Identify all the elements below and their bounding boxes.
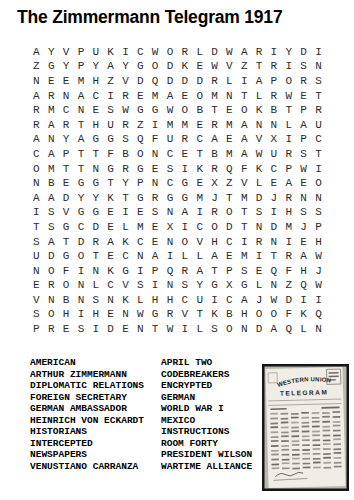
- grid-cell: K: [103, 191, 118, 206]
- grid-cell: G: [103, 133, 118, 148]
- grid-cell: X: [207, 176, 222, 191]
- grid-cell: R: [59, 118, 74, 133]
- grid-cell: N: [311, 60, 326, 75]
- grid-cell: B: [44, 176, 59, 191]
- grid-cell: N: [163, 279, 178, 294]
- grid-cell: R: [207, 74, 222, 89]
- grid-cell: D: [103, 322, 118, 337]
- word-list-item: ENCRYPTED: [161, 380, 252, 392]
- grid-cell: S: [237, 264, 252, 279]
- grid-cell: H: [311, 235, 326, 250]
- grid-cell: Q: [163, 264, 178, 279]
- grid-cell: L: [192, 249, 207, 264]
- grid-cell: G: [59, 220, 74, 235]
- grid-cell: B: [207, 147, 222, 162]
- grid-cell: A: [237, 45, 252, 60]
- grid-cell: Z: [133, 118, 148, 133]
- grid-cell: G: [177, 191, 192, 206]
- grid-cell: Q: [148, 74, 163, 89]
- word-list-item: PRESIDENT WILSON: [161, 449, 252, 461]
- grid-cell: E: [296, 176, 311, 191]
- grid-cell: N: [163, 235, 178, 250]
- word-list-item: NEWSPAPERS: [30, 449, 144, 461]
- grid-cell: R: [148, 191, 163, 206]
- grid-cell: L: [88, 279, 103, 294]
- grid-cell: A: [163, 89, 178, 104]
- grid-cell: L: [118, 220, 133, 235]
- grid-cell: T: [311, 147, 326, 162]
- worksheet-page: The Zimmermann Telegram 1917 AYVPUKICWOR…: [0, 0, 354, 500]
- grid-cell: T: [252, 60, 267, 75]
- grid-cell: O: [222, 322, 237, 337]
- grid-cell: L: [281, 118, 296, 133]
- grid-cell: A: [44, 147, 59, 162]
- grid-cell: G: [118, 264, 133, 279]
- grid-cell: N: [267, 118, 282, 133]
- grid-cell: E: [59, 176, 74, 191]
- grid-cell: T: [192, 147, 207, 162]
- grid-cell: E: [148, 162, 163, 177]
- grid-cell: G: [88, 176, 103, 191]
- grid-cell: G: [59, 249, 74, 264]
- grid-cell: V: [118, 74, 133, 89]
- grid-cell: A: [281, 176, 296, 191]
- grid-cell: Q: [311, 308, 326, 323]
- grid-cell: L: [252, 279, 267, 294]
- word-list-right: APRIL TWOCODEBREAKERSENCRYPTEDGERMANWORL…: [161, 357, 252, 472]
- grid-cell: P: [59, 147, 74, 162]
- grid-cell: T: [281, 103, 296, 118]
- grid-cell: H: [59, 308, 74, 323]
- grid-cell: A: [237, 118, 252, 133]
- grid-cell: M: [207, 89, 222, 104]
- grid-cell: C: [88, 89, 103, 104]
- grid-cell: G: [103, 162, 118, 177]
- grid-cell: K: [207, 308, 222, 323]
- grid-cell: S: [296, 147, 311, 162]
- grid-cell: E: [192, 176, 207, 191]
- grid-cell: R: [44, 279, 59, 294]
- grid-cell: I: [74, 264, 89, 279]
- grid-cell: S: [103, 103, 118, 118]
- grid-cell: Y: [281, 45, 296, 60]
- grid-cell: N: [88, 264, 103, 279]
- grid-cell: E: [133, 89, 148, 104]
- grid-cell: U: [192, 293, 207, 308]
- grid-cell: F: [281, 308, 296, 323]
- grid-cell: O: [74, 249, 89, 264]
- grid-cell: C: [222, 235, 237, 250]
- grid-cell: R: [281, 249, 296, 264]
- grid-cell: R: [88, 235, 103, 250]
- grid-cell: H: [163, 293, 178, 308]
- page-title: The Zimmermann Telegram 1917: [17, 7, 282, 28]
- grid-cell: Y: [192, 279, 207, 294]
- grid-cell: C: [177, 293, 192, 308]
- grid-cell: I: [296, 293, 311, 308]
- grid-cell: N: [148, 147, 163, 162]
- grid-cell: D: [192, 74, 207, 89]
- grid-cell: Y: [118, 60, 133, 75]
- grid-cell: E: [59, 322, 74, 337]
- grid-cell: I: [177, 220, 192, 235]
- grid-cell: K: [103, 45, 118, 60]
- grid-cell: O: [252, 308, 267, 323]
- grid-cell: L: [192, 45, 207, 60]
- grid-cell: Q: [133, 133, 148, 148]
- grid-cell: T: [118, 191, 133, 206]
- grid-cell: I: [118, 206, 133, 221]
- grid-cell: G: [177, 176, 192, 191]
- grid-cell: I: [207, 293, 222, 308]
- grid-cell: O: [222, 206, 237, 221]
- grid-cell: R: [252, 45, 267, 60]
- grid-cell: D: [252, 322, 267, 337]
- grid-cell: P: [296, 103, 311, 118]
- grid-cell: E: [133, 206, 148, 221]
- grid-cell: I: [74, 308, 89, 323]
- word-list-item: CODEBREAKERS: [161, 369, 252, 381]
- grid-cell: S: [133, 279, 148, 294]
- grid-cell: L: [133, 293, 148, 308]
- grid-cell: W: [252, 147, 267, 162]
- word-list-item: INSTRUCTIONS: [161, 426, 252, 438]
- grid-cell: F: [59, 264, 74, 279]
- grid-cell: N: [163, 206, 178, 221]
- word-list-item: INTERCEPTED: [30, 438, 144, 450]
- grid-cell: A: [44, 118, 59, 133]
- grid-cell: X: [222, 279, 237, 294]
- grid-cell: D: [88, 220, 103, 235]
- grid-cell: Y: [118, 176, 133, 191]
- grid-cell: S: [29, 235, 44, 250]
- grid-cell: T: [103, 176, 118, 191]
- grid-cell: L: [252, 89, 267, 104]
- grid-cell: A: [252, 74, 267, 89]
- grid-cell: U: [88, 45, 103, 60]
- grid-cell: R: [296, 74, 311, 89]
- grid-cell: C: [118, 249, 133, 264]
- grid-cell: T: [222, 191, 237, 206]
- grid-cell: I: [311, 45, 326, 60]
- grid-cell: W: [163, 103, 178, 118]
- word-search-grid: AYVPUKICWORLDWARIYDIZGYPYAYGODKEWVZTRISN…: [29, 45, 326, 337]
- grid-cell: C: [133, 235, 148, 250]
- grid-cell: W: [281, 89, 296, 104]
- grid-cell: N: [88, 162, 103, 177]
- grid-cell: S: [177, 279, 192, 294]
- grid-cell: W: [207, 60, 222, 75]
- grid-cell: R: [267, 60, 282, 75]
- grid-cell: K: [252, 162, 267, 177]
- grid-cell: P: [74, 60, 89, 75]
- grid-cell: C: [59, 103, 74, 118]
- grid-cell: V: [177, 308, 192, 323]
- grid-cell: N: [267, 235, 282, 250]
- grid-cell: O: [267, 308, 282, 323]
- grid-cell: B: [118, 147, 133, 162]
- grid-cell: S: [29, 308, 44, 323]
- grid-cell: Z: [29, 60, 44, 75]
- grid-cell: E: [103, 220, 118, 235]
- grid-cell: B: [192, 103, 207, 118]
- word-list-item: GERMAN AMBASSADOR: [30, 403, 144, 415]
- grid-cell: I: [192, 206, 207, 221]
- grid-cell: O: [163, 45, 178, 60]
- grid-cell: E: [44, 74, 59, 89]
- grid-cell: V: [252, 133, 267, 148]
- grid-cell: E: [103, 308, 118, 323]
- grid-cell: V: [29, 293, 44, 308]
- grid-cell: Q: [222, 162, 237, 177]
- grid-cell: T: [207, 264, 222, 279]
- grid-cell: V: [222, 60, 237, 75]
- grid-cell: N: [44, 293, 59, 308]
- grid-cell: I: [281, 60, 296, 75]
- grid-cell: P: [133, 176, 148, 191]
- grid-cell: E: [29, 279, 44, 294]
- grid-cell: K: [103, 264, 118, 279]
- grid-cell: E: [148, 235, 163, 250]
- grid-cell: N: [267, 279, 282, 294]
- grid-cell: R: [252, 235, 267, 250]
- grid-cell: W: [311, 249, 326, 264]
- grid-cell: I: [133, 264, 148, 279]
- grid-cell: W: [118, 103, 133, 118]
- grid-cell: G: [133, 191, 148, 206]
- grid-cell: E: [252, 264, 267, 279]
- grid-cell: N: [29, 264, 44, 279]
- grid-cell: Y: [44, 45, 59, 60]
- grid-cell: C: [163, 147, 178, 162]
- grid-cell: N: [252, 220, 267, 235]
- grid-cell: G: [74, 176, 89, 191]
- grid-cell: I: [267, 206, 282, 221]
- grid-cell: Y: [59, 133, 74, 148]
- grid-cell: E: [103, 249, 118, 264]
- grid-cell: I: [29, 206, 44, 221]
- word-list-item: AMERICAN: [30, 357, 144, 369]
- grid-cell: A: [237, 293, 252, 308]
- grid-cell: T: [88, 147, 103, 162]
- grid-cell: D: [163, 60, 178, 75]
- grid-cell: C: [29, 147, 44, 162]
- grid-cell: Z: [281, 279, 296, 294]
- grid-cell: T: [74, 118, 89, 133]
- grid-cell: X: [163, 220, 178, 235]
- grid-cell: R: [177, 133, 192, 148]
- grid-cell: O: [133, 147, 148, 162]
- grid-cell: O: [177, 235, 192, 250]
- grid-cell: S: [74, 322, 89, 337]
- word-list-item: WARTIME ALLIANCE: [161, 461, 252, 473]
- grid-cell: E: [118, 322, 133, 337]
- grid-cell: J: [207, 191, 222, 206]
- grid-cell: V: [59, 45, 74, 60]
- grid-cell: E: [296, 235, 311, 250]
- grid-cell: T: [192, 308, 207, 323]
- grid-cell: L: [222, 74, 237, 89]
- grid-cell: R: [267, 89, 282, 104]
- grid-cell: R: [118, 118, 133, 133]
- grid-cell: E: [88, 103, 103, 118]
- grid-cell: L: [252, 176, 267, 191]
- grid-cell: A: [29, 191, 44, 206]
- grid-cell: O: [59, 279, 74, 294]
- grid-cell: Q: [267, 264, 282, 279]
- grid-cell: A: [207, 249, 222, 264]
- grid-cell: T: [311, 89, 326, 104]
- word-list-left: AMERICANARTHUR ZIMMERMANNDIPLOMATIC RELA…: [30, 357, 144, 472]
- telegram-header-telegram: TELEGRAM: [280, 388, 329, 396]
- grid-cell: G: [133, 60, 148, 75]
- grid-cell: D: [296, 45, 311, 60]
- grid-cell: H: [296, 264, 311, 279]
- grid-cell: A: [192, 264, 207, 279]
- grid-cell: I: [237, 74, 252, 89]
- grid-cell: S: [207, 322, 222, 337]
- grid-cell: A: [74, 89, 89, 104]
- grid-cell: P: [267, 74, 282, 89]
- grid-cell: C: [192, 220, 207, 235]
- grid-cell: W: [133, 308, 148, 323]
- grid-cell: I: [311, 162, 326, 177]
- grid-cell: H: [88, 308, 103, 323]
- grid-cell: L: [192, 322, 207, 337]
- word-list-item: ARTHUR ZIMMERMANN: [30, 369, 144, 381]
- grid-cell: N: [133, 322, 148, 337]
- grid-cell: J: [267, 191, 282, 206]
- grid-cell: S: [296, 60, 311, 75]
- word-list-item: MEXICO: [161, 415, 252, 427]
- grid-cell: N: [222, 89, 237, 104]
- grid-cell: M: [177, 118, 192, 133]
- grid-cell: S: [148, 206, 163, 221]
- grid-cell: F: [237, 162, 252, 177]
- grid-cell: Y: [59, 60, 74, 75]
- grid-cell: T: [237, 220, 252, 235]
- grid-cell: U: [29, 249, 44, 264]
- grid-cell: A: [103, 235, 118, 250]
- grid-cell: T: [74, 162, 89, 177]
- grid-cell: M: [74, 74, 89, 89]
- grid-cell: N: [133, 249, 148, 264]
- grid-cell: B: [267, 103, 282, 118]
- grid-cell: Z: [237, 60, 252, 75]
- grid-cell: G: [148, 308, 163, 323]
- grid-cell: B: [59, 293, 74, 308]
- grid-cell: T: [88, 249, 103, 264]
- grid-cell: N: [59, 89, 74, 104]
- grid-cell: O: [281, 74, 296, 89]
- grid-cell: R: [44, 89, 59, 104]
- grid-cell: P: [281, 162, 296, 177]
- grid-cell: M: [222, 118, 237, 133]
- grid-cell: N: [296, 191, 311, 206]
- grid-cell: P: [311, 220, 326, 235]
- grid-cell: G: [44, 60, 59, 75]
- grid-cell: M: [44, 162, 59, 177]
- grid-cell: N: [74, 293, 89, 308]
- grid-cell: A: [74, 133, 89, 148]
- grid-cell: O: [29, 162, 44, 177]
- grid-cell: A: [29, 45, 44, 60]
- grid-cell: P: [148, 264, 163, 279]
- grid-cell: T: [207, 103, 222, 118]
- grid-cell: R: [44, 322, 59, 337]
- grid-cell: A: [207, 133, 222, 148]
- grid-cell: S: [311, 206, 326, 221]
- grid-cell: Z: [103, 74, 118, 89]
- grid-cell: O: [311, 176, 326, 191]
- grid-cell: M: [133, 220, 148, 235]
- grid-cell: J: [252, 293, 267, 308]
- grid-cell: N: [74, 279, 89, 294]
- word-list-item: APRIL TWO: [161, 357, 252, 369]
- grid-cell: A: [296, 118, 311, 133]
- grid-cell: I: [148, 279, 163, 294]
- grid-cell: H: [281, 206, 296, 221]
- grid-cell: O: [44, 264, 59, 279]
- grid-cell: A: [148, 249, 163, 264]
- grid-cell: O: [207, 220, 222, 235]
- grid-cell: H: [88, 74, 103, 89]
- grid-cell: V: [59, 206, 74, 221]
- word-list-item: HEINRICH VON ECKARDT: [30, 415, 144, 427]
- grid-cell: N: [237, 322, 252, 337]
- grid-cell: N: [29, 176, 44, 191]
- grid-cell: F: [103, 147, 118, 162]
- grid-cell: D: [281, 293, 296, 308]
- grid-cell: I: [252, 249, 267, 264]
- grid-cell: K: [252, 103, 267, 118]
- grid-cell: X: [267, 133, 282, 148]
- grid-cell: F: [148, 133, 163, 148]
- grid-cell: C: [74, 220, 89, 235]
- grid-cell: Q: [281, 322, 296, 337]
- grid-cell: I: [237, 235, 252, 250]
- grid-cell: S: [44, 220, 59, 235]
- grid-cell: E: [177, 89, 192, 104]
- grid-cell: E: [177, 147, 192, 162]
- word-list-item: HISTORIANS: [30, 426, 144, 438]
- grid-cell: Z: [222, 176, 237, 191]
- grid-cell: P: [222, 264, 237, 279]
- grid-cell: R: [177, 45, 192, 60]
- grid-cell: S: [88, 293, 103, 308]
- grid-cell: K: [192, 162, 207, 177]
- grid-cell: G: [207, 279, 222, 294]
- grid-cell: I: [281, 235, 296, 250]
- grid-cell: D: [74, 235, 89, 250]
- grid-cell: N: [148, 176, 163, 191]
- grid-cell: E: [222, 133, 237, 148]
- grid-cell: D: [163, 74, 178, 89]
- grid-cell: S: [252, 206, 267, 221]
- grid-cell: N: [252, 118, 267, 133]
- grid-cell: Q: [296, 279, 311, 294]
- grid-cell: D: [207, 45, 222, 60]
- grid-cell: S: [163, 162, 178, 177]
- grid-cell: Y: [88, 191, 103, 206]
- grid-cell: U: [311, 118, 326, 133]
- grid-cell: E: [192, 118, 207, 133]
- grid-cell: V: [192, 235, 207, 250]
- grid-cell: C: [192, 133, 207, 148]
- grid-cell: D: [267, 220, 282, 235]
- grid-cell: R: [118, 162, 133, 177]
- grid-cell: O: [148, 60, 163, 75]
